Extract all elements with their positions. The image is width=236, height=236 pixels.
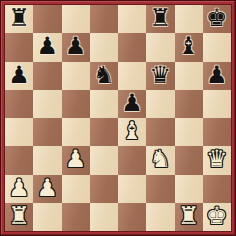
- square-e4[interactable]: ♝: [118, 118, 146, 146]
- black-pawn[interactable]: ♟: [8, 63, 30, 87]
- square-b5[interactable]: [33, 90, 61, 118]
- black-pawn[interactable]: ♟: [206, 63, 228, 87]
- square-f3[interactable]: ♞: [146, 146, 174, 174]
- square-b3[interactable]: [33, 146, 61, 174]
- square-c2[interactable]: [62, 175, 90, 203]
- square-c4[interactable]: [62, 118, 90, 146]
- square-h6[interactable]: ♟: [203, 62, 231, 90]
- white-queen[interactable]: ♛: [206, 147, 228, 171]
- square-e8[interactable]: [118, 5, 146, 33]
- square-b8[interactable]: [33, 5, 61, 33]
- square-f8[interactable]: ♜: [146, 5, 174, 33]
- square-d1[interactable]: [90, 203, 118, 231]
- square-e2[interactable]: [118, 175, 146, 203]
- square-g4[interactable]: [175, 118, 203, 146]
- board-frame: ♜♜♚♟♟♝♟♞♛♟♟♝♟♞♛♟♟♜♜♚: [0, 0, 236, 236]
- square-f1[interactable]: [146, 203, 174, 231]
- chess-board: ♜♜♚♟♟♝♟♞♛♟♟♝♟♞♛♟♟♜♜♚: [5, 5, 231, 231]
- white-bishop[interactable]: ♝: [121, 119, 143, 143]
- square-h3[interactable]: ♛: [203, 146, 231, 174]
- square-d2[interactable]: [90, 175, 118, 203]
- square-a4[interactable]: [5, 118, 33, 146]
- square-h4[interactable]: [203, 118, 231, 146]
- square-f6[interactable]: ♛: [146, 62, 174, 90]
- black-rook[interactable]: ♜: [150, 6, 172, 30]
- square-e1[interactable]: [118, 203, 146, 231]
- square-b7[interactable]: ♟: [33, 33, 61, 61]
- square-c5[interactable]: [62, 90, 90, 118]
- square-c3[interactable]: ♟: [62, 146, 90, 174]
- square-h2[interactable]: [203, 175, 231, 203]
- square-c8[interactable]: [62, 5, 90, 33]
- white-king[interactable]: ♚: [206, 204, 228, 228]
- square-g2[interactable]: [175, 175, 203, 203]
- square-h8[interactable]: ♚: [203, 5, 231, 33]
- black-pawn[interactable]: ♟: [37, 34, 59, 58]
- square-g5[interactable]: [175, 90, 203, 118]
- square-b1[interactable]: [33, 203, 61, 231]
- square-a5[interactable]: [5, 90, 33, 118]
- square-h7[interactable]: [203, 33, 231, 61]
- square-d7[interactable]: [90, 33, 118, 61]
- black-king[interactable]: ♚: [206, 6, 228, 30]
- square-d8[interactable]: [90, 5, 118, 33]
- square-a8[interactable]: ♜: [5, 5, 33, 33]
- square-b2[interactable]: ♟: [33, 175, 61, 203]
- square-b4[interactable]: [33, 118, 61, 146]
- square-c7[interactable]: ♟: [62, 33, 90, 61]
- square-e3[interactable]: [118, 146, 146, 174]
- white-knight[interactable]: ♞: [150, 147, 172, 171]
- square-c6[interactable]: [62, 62, 90, 90]
- black-queen[interactable]: ♛: [150, 63, 172, 87]
- square-a2[interactable]: ♟: [5, 175, 33, 203]
- square-d4[interactable]: [90, 118, 118, 146]
- black-rook[interactable]: ♜: [8, 6, 30, 30]
- black-bishop[interactable]: ♝: [178, 34, 200, 58]
- square-g8[interactable]: [175, 5, 203, 33]
- square-d5[interactable]: [90, 90, 118, 118]
- square-a1[interactable]: ♜: [5, 203, 33, 231]
- square-e5[interactable]: ♟: [118, 90, 146, 118]
- square-a3[interactable]: [5, 146, 33, 174]
- square-f7[interactable]: [146, 33, 174, 61]
- square-g1[interactable]: ♜: [175, 203, 203, 231]
- white-pawn[interactable]: ♟: [65, 147, 87, 171]
- square-f4[interactable]: [146, 118, 174, 146]
- white-pawn[interactable]: ♟: [8, 176, 30, 200]
- square-h1[interactable]: ♚: [203, 203, 231, 231]
- square-g7[interactable]: ♝: [175, 33, 203, 61]
- black-pawn[interactable]: ♟: [121, 91, 143, 115]
- square-e6[interactable]: [118, 62, 146, 90]
- black-pawn[interactable]: ♟: [65, 34, 87, 58]
- square-d3[interactable]: [90, 146, 118, 174]
- square-c1[interactable]: [62, 203, 90, 231]
- white-pawn[interactable]: ♟: [37, 176, 59, 200]
- square-g3[interactable]: [175, 146, 203, 174]
- square-a7[interactable]: [5, 33, 33, 61]
- black-knight[interactable]: ♞: [93, 63, 115, 87]
- square-f5[interactable]: [146, 90, 174, 118]
- square-d6[interactable]: ♞: [90, 62, 118, 90]
- white-rook[interactable]: ♜: [178, 204, 200, 228]
- square-g6[interactable]: [175, 62, 203, 90]
- square-h5[interactable]: [203, 90, 231, 118]
- white-rook[interactable]: ♜: [8, 204, 30, 228]
- square-b6[interactable]: [33, 62, 61, 90]
- square-a6[interactable]: ♟: [5, 62, 33, 90]
- square-e7[interactable]: [118, 33, 146, 61]
- square-f2[interactable]: [146, 175, 174, 203]
